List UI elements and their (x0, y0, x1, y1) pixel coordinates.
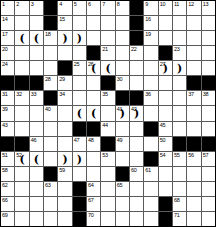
cell-r4c12[interactable]: ) (173, 61, 186, 75)
close-paren-glyph-r4c11: ) (159, 62, 172, 75)
black-square-r5c2 (30, 76, 43, 90)
clue-number-53: 53 (102, 152, 108, 158)
cell-r0c1[interactable]: 2 (15, 1, 28, 15)
cell-r7c6[interactable]: ( (87, 106, 100, 120)
cell-r11c14[interactable] (202, 167, 215, 181)
clue-number-61: 61 (145, 167, 151, 173)
cell-r11c10[interactable]: 61 (144, 167, 157, 181)
clue-number-51: 51 (2, 152, 8, 158)
cell-r4c7[interactable]: ( (101, 61, 114, 75)
cell-r1c10[interactable]: 16 (144, 16, 157, 30)
cell-r2c13[interactable] (187, 31, 200, 45)
cell-r14c1[interactable] (15, 212, 28, 226)
black-square-r13c5 (73, 197, 86, 211)
cell-r2c11[interactable] (159, 31, 172, 45)
cell-r12c11[interactable] (159, 182, 172, 196)
black-square-r3c6 (87, 46, 100, 60)
cell-r7c4[interactable] (58, 106, 71, 120)
black-square-r5c0 (1, 76, 14, 90)
cell-r2c12[interactable] (173, 31, 186, 45)
cell-r7c13[interactable] (187, 106, 200, 120)
clue-number-67: 67 (88, 197, 94, 203)
cell-r12c8[interactable]: 65 (116, 182, 129, 196)
cell-r11c11[interactable] (159, 167, 172, 181)
close-paren-glyph-r2c4: ) (58, 32, 71, 45)
cell-r9c6[interactable]: 48 (87, 137, 100, 151)
cell-r8c13[interactable] (187, 122, 200, 136)
cell-r4c1[interactable] (15, 61, 28, 75)
clue-number-45: 45 (160, 122, 166, 128)
cell-r13c13[interactable] (187, 197, 200, 211)
cell-r14c12[interactable]: 71 (173, 212, 186, 226)
clue-number-21: 21 (102, 46, 108, 52)
clue-number-48: 48 (88, 137, 94, 143)
cell-r10c1[interactable]: 52( (15, 152, 28, 166)
cell-r0c4[interactable]: 4 (58, 1, 71, 15)
cell-r5c6[interactable] (87, 76, 100, 90)
cell-r3c2[interactable] (30, 46, 43, 60)
cell-r7c9[interactable]: 42) (130, 106, 143, 120)
clue-number-12: 12 (188, 1, 194, 7)
cell-r14c13[interactable] (187, 212, 200, 226)
clue-number-31: 31 (2, 91, 8, 97)
cell-r4c11[interactable]: 27) (159, 61, 172, 75)
clue-number-11: 11 (174, 1, 179, 7)
cell-r6c11[interactable] (159, 91, 172, 105)
cell-r13c14[interactable] (202, 197, 215, 211)
cell-r6c1[interactable]: 32 (15, 91, 28, 105)
clue-number-69: 69 (2, 212, 8, 218)
clue-number-10: 10 (160, 1, 166, 7)
cell-r0c8[interactable]: 8 (116, 1, 129, 15)
cell-r10c5[interactable]: ) (73, 152, 86, 166)
clue-number-54: 54 (160, 152, 166, 158)
cell-r13c10[interactable] (144, 197, 157, 211)
cell-r4c9[interactable] (130, 61, 143, 75)
cell-r4c8[interactable] (116, 61, 129, 75)
cell-r8c9[interactable] (130, 122, 143, 136)
cell-r3c1[interactable] (15, 46, 28, 60)
cell-r12c13[interactable] (187, 182, 200, 196)
clue-number-43: 43 (2, 122, 8, 128)
cell-r7c14[interactable] (202, 106, 215, 120)
clue-number-55: 55 (174, 152, 180, 158)
cell-r6c4[interactable]: 34 (58, 91, 71, 105)
clue-number-7: 7 (102, 1, 105, 7)
cell-r1c6[interactable] (87, 16, 100, 30)
cell-r11c2[interactable] (30, 167, 43, 181)
cell-r3c10[interactable] (144, 46, 157, 60)
black-square-r8c5 (73, 122, 86, 136)
cell-r3c5[interactable] (73, 46, 86, 60)
open-paren-glyph-r4c7: ( (101, 62, 114, 75)
cell-r7c11[interactable] (159, 106, 172, 120)
cell-r13c6[interactable]: 67 (87, 197, 100, 211)
clue-number-24: 24 (2, 61, 8, 67)
cell-r6c12[interactable] (173, 91, 186, 105)
clue-number-18: 18 (45, 31, 51, 37)
clue-number-58: 58 (2, 167, 8, 173)
cell-r10c8[interactable] (116, 152, 129, 166)
clue-number-35: 35 (102, 91, 108, 97)
clue-number-1: 1 (2, 1, 5, 7)
clue-number-34: 34 (59, 91, 65, 97)
cell-r6c13[interactable]: 37 (187, 91, 200, 105)
clue-number-33: 33 (31, 91, 37, 97)
cell-r0c2[interactable]: 3 (30, 1, 43, 15)
cell-r12c12[interactable] (173, 182, 186, 196)
cell-r7c1[interactable] (15, 106, 28, 120)
cell-r4c10[interactable] (144, 61, 157, 75)
cell-r6c7[interactable]: 35 (101, 91, 114, 105)
cell-r13c1[interactable] (15, 197, 28, 211)
clue-number-39: 39 (2, 106, 8, 112)
clue-number-49: 49 (117, 137, 123, 143)
cell-r10c14[interactable]: 57 (202, 152, 215, 166)
cell-r5c8[interactable]: 30 (116, 76, 129, 90)
close-paren-glyph-r10c4: ) (58, 153, 71, 166)
cell-r3c0[interactable]: 20 (1, 46, 14, 60)
close-paren-glyph-r10c5: ) (73, 153, 86, 166)
cell-r11c9[interactable]: 60 (130, 167, 143, 181)
cell-r9c3[interactable] (44, 137, 57, 151)
cell-r6c2[interactable]: 33 (30, 91, 43, 105)
clue-number-23: 23 (174, 46, 180, 52)
cell-r0c5[interactable]: 5 (73, 1, 86, 15)
cell-r1c0[interactable]: 14 (1, 16, 14, 30)
cell-r9c11[interactable]: 50 (159, 137, 172, 151)
black-square-r6c9 (130, 91, 143, 105)
cell-r5c4[interactable]: 29 (58, 76, 71, 90)
cell-r10c6[interactable] (87, 152, 100, 166)
cell-r13c3[interactable] (44, 197, 57, 211)
cell-r9c10[interactable] (144, 137, 157, 151)
cell-r2c4[interactable]: ) (58, 31, 71, 45)
black-square-r9c14 (202, 137, 215, 151)
cell-r4c0[interactable]: 24 (1, 61, 14, 75)
clue-number-4: 4 (59, 1, 62, 7)
cell-r4c14[interactable] (202, 61, 215, 75)
cell-r14c8[interactable] (116, 212, 129, 226)
clue-number-32: 32 (16, 91, 22, 97)
cell-r10c4[interactable]: ) (58, 152, 71, 166)
black-square-r4c4 (58, 61, 71, 75)
cell-r5c5[interactable] (73, 76, 86, 90)
black-square-r13c11 (159, 197, 172, 211)
clue-number-68: 68 (174, 197, 180, 203)
clue-number-47: 47 (74, 137, 80, 143)
clue-number-20: 20 (2, 46, 8, 52)
cell-r11c1[interactable] (15, 167, 28, 181)
cell-r0c12[interactable]: 11 (173, 1, 186, 15)
cell-r8c3[interactable] (44, 122, 57, 136)
cell-r13c7[interactable] (101, 197, 114, 211)
cell-r1c5[interactable] (73, 16, 86, 30)
clue-number-50: 50 (160, 137, 166, 143)
black-square-r9c13 (187, 137, 200, 151)
clue-number-59: 59 (59, 167, 65, 173)
cell-r5c12[interactable] (173, 76, 186, 90)
cell-r14c10[interactable] (144, 212, 157, 226)
cell-r14c4[interactable] (58, 212, 71, 226)
cell-r6c10[interactable]: 36 (144, 91, 157, 105)
close-paren-glyph-r4c12: ) (173, 62, 186, 75)
cell-r2c5[interactable]: ) (73, 31, 86, 45)
cell-r1c14[interactable] (202, 16, 215, 30)
cell-r11c0[interactable]: 58 (1, 167, 14, 181)
clue-number-25: 25 (74, 61, 80, 67)
black-square-r6c3 (44, 91, 57, 105)
cell-r12c10[interactable] (144, 182, 157, 196)
cell-r4c6[interactable]: 26( (87, 61, 100, 75)
cell-r12c0[interactable]: 62 (1, 182, 14, 196)
cell-r13c0[interactable]: 66 (1, 197, 14, 211)
clue-number-3: 3 (31, 1, 34, 7)
clue-number-6: 6 (88, 1, 91, 7)
cell-r0c11[interactable]: 10 (159, 1, 172, 15)
black-square-r2c9 (130, 31, 143, 45)
black-square-r6c8 (116, 91, 129, 105)
cell-r12c9[interactable] (130, 182, 143, 196)
clue-number-9: 9 (145, 1, 148, 7)
cell-r0c10[interactable]: 9 (144, 1, 157, 15)
cell-r0c13[interactable]: 12 (187, 1, 200, 15)
black-square-r9c1 (15, 137, 28, 151)
cell-r7c7[interactable] (101, 106, 114, 120)
cell-r1c4[interactable]: 15 (58, 16, 71, 30)
cell-r8c4[interactable] (58, 122, 71, 136)
cell-r8c1[interactable] (15, 122, 28, 136)
cell-r5c10[interactable] (144, 76, 157, 90)
clue-number-38: 38 (203, 91, 209, 97)
black-square-r1c9 (130, 16, 143, 30)
cell-r1c1[interactable] (15, 16, 28, 30)
cell-r14c2[interactable] (30, 212, 43, 226)
cell-r12c7[interactable] (101, 182, 114, 196)
cell-r5c11[interactable] (159, 76, 172, 90)
clue-number-30: 30 (117, 76, 123, 82)
cell-r8c2[interactable] (30, 122, 43, 136)
cell-r6c14[interactable]: 38 (202, 91, 215, 105)
cell-r9c5[interactable]: 47 (73, 137, 86, 151)
black-square-r3c11 (159, 46, 172, 60)
clue-number-8: 8 (117, 1, 120, 7)
cell-r0c6[interactable]: 6 (87, 1, 100, 15)
cell-r9c8[interactable]: 49 (116, 137, 129, 151)
cell-r2c0[interactable]: 17 (1, 31, 14, 45)
cell-r0c14[interactable]: 13 (202, 1, 215, 15)
cell-r14c14[interactable] (202, 212, 215, 226)
cell-r12c14[interactable] (202, 182, 215, 196)
cell-r10c9[interactable] (130, 152, 143, 166)
cell-r7c8[interactable]: 41) (116, 106, 129, 120)
clue-number-2: 2 (16, 1, 19, 7)
black-square-r0c9 (130, 1, 143, 15)
cell-r3c9[interactable]: 22 (130, 46, 143, 60)
cell-r6c6[interactable] (87, 91, 100, 105)
black-square-r9c0 (1, 137, 14, 151)
cell-r8c12[interactable] (173, 122, 186, 136)
cell-r13c12[interactable]: 68 (173, 197, 186, 211)
cell-r8c14[interactable] (202, 122, 215, 136)
cell-r0c0[interactable]: 1 (1, 1, 14, 15)
cell-r5c3[interactable]: 28 (44, 76, 57, 90)
cell-r12c3[interactable]: 63 (44, 182, 57, 196)
cell-r11c4[interactable]: 59 (58, 167, 71, 181)
cell-r10c11[interactable]: 54 (159, 152, 172, 166)
clue-number-29: 29 (59, 76, 65, 82)
clue-number-36: 36 (145, 91, 151, 97)
cell-r14c9[interactable] (130, 212, 143, 226)
clue-number-46: 46 (31, 137, 37, 143)
cell-r8c8[interactable] (116, 122, 129, 136)
clue-number-60: 60 (131, 167, 137, 173)
cell-r1c11[interactable] (159, 16, 172, 30)
clue-number-62: 62 (2, 182, 8, 188)
cell-r8c7[interactable]: 44 (101, 122, 114, 136)
cell-r10c3[interactable] (44, 152, 57, 166)
cell-r14c7[interactable] (101, 212, 114, 226)
clue-number-70: 70 (88, 212, 94, 218)
cell-r14c3[interactable] (44, 212, 57, 226)
clue-number-66: 66 (2, 197, 8, 203)
cell-r2c8[interactable] (116, 31, 129, 45)
cell-r4c5[interactable]: 25 (73, 61, 86, 75)
cell-r2c6[interactable] (87, 31, 100, 45)
clue-number-14: 14 (2, 16, 8, 22)
close-paren-glyph-r7c8: ) (116, 107, 129, 120)
cell-r13c9[interactable] (130, 197, 143, 211)
cell-r12c6[interactable]: 64 (87, 182, 100, 196)
cell-r3c4[interactable] (58, 46, 71, 60)
open-paren-glyph-r7c5: ( (73, 107, 86, 120)
cell-r12c1[interactable] (15, 182, 28, 196)
close-paren-glyph-r2c5: ) (73, 32, 86, 45)
clue-number-44: 44 (102, 122, 108, 128)
clue-number-16: 16 (145, 16, 151, 22)
open-paren-glyph-r2c2: ( (30, 32, 43, 45)
cell-r1c8[interactable] (116, 16, 129, 30)
cell-r4c3[interactable] (44, 61, 57, 75)
cell-r11c6[interactable] (87, 167, 100, 181)
cell-r1c7[interactable] (101, 16, 114, 30)
cell-r4c13[interactable] (187, 61, 200, 75)
open-paren-glyph-r7c6: ( (87, 107, 100, 120)
cell-r10c7[interactable]: 53 (101, 152, 114, 166)
black-square-r11c3 (44, 167, 57, 181)
cell-r3c3[interactable] (44, 46, 57, 60)
cell-r14c6[interactable]: 70 (87, 212, 100, 226)
cell-r2c14[interactable] (202, 31, 215, 45)
clue-number-13: 13 (203, 1, 209, 7)
cell-r9c4[interactable] (58, 137, 71, 151)
cell-r0c7[interactable]: 7 (101, 1, 114, 15)
black-square-r11c8 (116, 167, 129, 181)
clue-number-5: 5 (74, 1, 77, 7)
cell-r7c5[interactable]: ( (73, 106, 86, 120)
cell-r8c0[interactable]: 43 (1, 122, 14, 136)
clue-number-15: 15 (59, 16, 65, 22)
black-square-r5c7 (101, 76, 114, 90)
clue-number-56: 56 (188, 152, 194, 158)
open-paren-glyph-r2c1: ( (15, 32, 28, 45)
black-square-r8c6 (87, 122, 100, 136)
cell-r3c12[interactable]: 23 (173, 46, 186, 60)
cell-r10c13[interactable]: 56 (187, 152, 200, 166)
cell-r5c9[interactable] (130, 76, 143, 90)
black-square-r14c5 (73, 212, 86, 226)
cell-r12c2[interactable] (30, 182, 43, 196)
cell-r9c2[interactable]: 46 (30, 137, 43, 151)
cell-r11c7[interactable] (101, 167, 114, 181)
clue-number-63: 63 (45, 182, 51, 188)
cell-r3c7[interactable]: 21 (101, 46, 114, 60)
crossword-grid: 1234567891011121314151617((18))192021222… (0, 0, 216, 227)
cell-r9c9[interactable] (130, 137, 143, 151)
cell-r4c2[interactable] (30, 61, 43, 75)
cell-r8c11[interactable]: 45 (159, 122, 172, 136)
clue-number-71: 71 (174, 212, 180, 218)
cell-r2c10[interactable]: 19 (144, 31, 157, 45)
black-square-r8c10 (144, 122, 157, 136)
cell-r11c12[interactable] (173, 167, 186, 181)
open-paren-glyph-r10c1: ( (15, 153, 28, 166)
black-square-r12c5 (73, 182, 86, 196)
cell-r2c2[interactable]: ( (30, 31, 43, 45)
cell-r7c12[interactable] (173, 106, 186, 120)
cell-r11c5[interactable] (73, 167, 86, 181)
cell-r10c2[interactable]: ( (30, 152, 43, 166)
cell-r7c2[interactable] (30, 106, 43, 120)
black-square-r14c11 (159, 212, 172, 226)
cell-r2c7[interactable] (101, 31, 114, 45)
cell-r3c13[interactable] (187, 46, 200, 60)
black-square-r1c3 (44, 16, 57, 30)
cell-r1c2[interactable] (30, 16, 43, 30)
cell-r13c2[interactable] (30, 197, 43, 211)
cell-r6c5[interactable] (73, 91, 86, 105)
cell-r13c4[interactable] (58, 197, 71, 211)
cell-r7c3[interactable]: 40 (44, 106, 57, 120)
cell-r10c0[interactable]: 51 (1, 152, 14, 166)
clue-number-57: 57 (203, 152, 209, 158)
clue-number-37: 37 (188, 91, 194, 97)
open-paren-glyph-r4c6: ( (87, 62, 100, 75)
black-square-r0c3 (44, 1, 57, 15)
cell-r7c0[interactable]: 39 (1, 106, 14, 120)
cell-r11c13[interactable] (187, 167, 200, 181)
clue-number-40: 40 (45, 106, 51, 112)
clue-number-17: 17 (2, 31, 8, 37)
cell-r7c10[interactable] (144, 106, 157, 120)
black-square-r9c7 (101, 137, 114, 151)
cell-r13c8[interactable] (116, 197, 129, 211)
cell-r3c8[interactable] (116, 46, 129, 60)
cell-r10c12[interactable]: 55 (173, 152, 186, 166)
clue-number-65: 65 (117, 182, 123, 188)
cell-r12c4[interactable] (58, 182, 71, 196)
cell-r1c13[interactable] (187, 16, 200, 30)
cell-r1c12[interactable] (173, 16, 186, 30)
cell-r6c0[interactable]: 31 (1, 91, 14, 105)
cell-r2c1[interactable]: ( (15, 31, 28, 45)
cell-r2c3[interactable]: 18 (44, 31, 57, 45)
cell-r3c14[interactable] (202, 46, 215, 60)
black-square-r10c10 (144, 152, 157, 166)
cell-r14c0[interactable]: 69 (1, 212, 14, 226)
black-square-r5c13 (187, 76, 200, 90)
clue-number-28: 28 (45, 76, 51, 82)
